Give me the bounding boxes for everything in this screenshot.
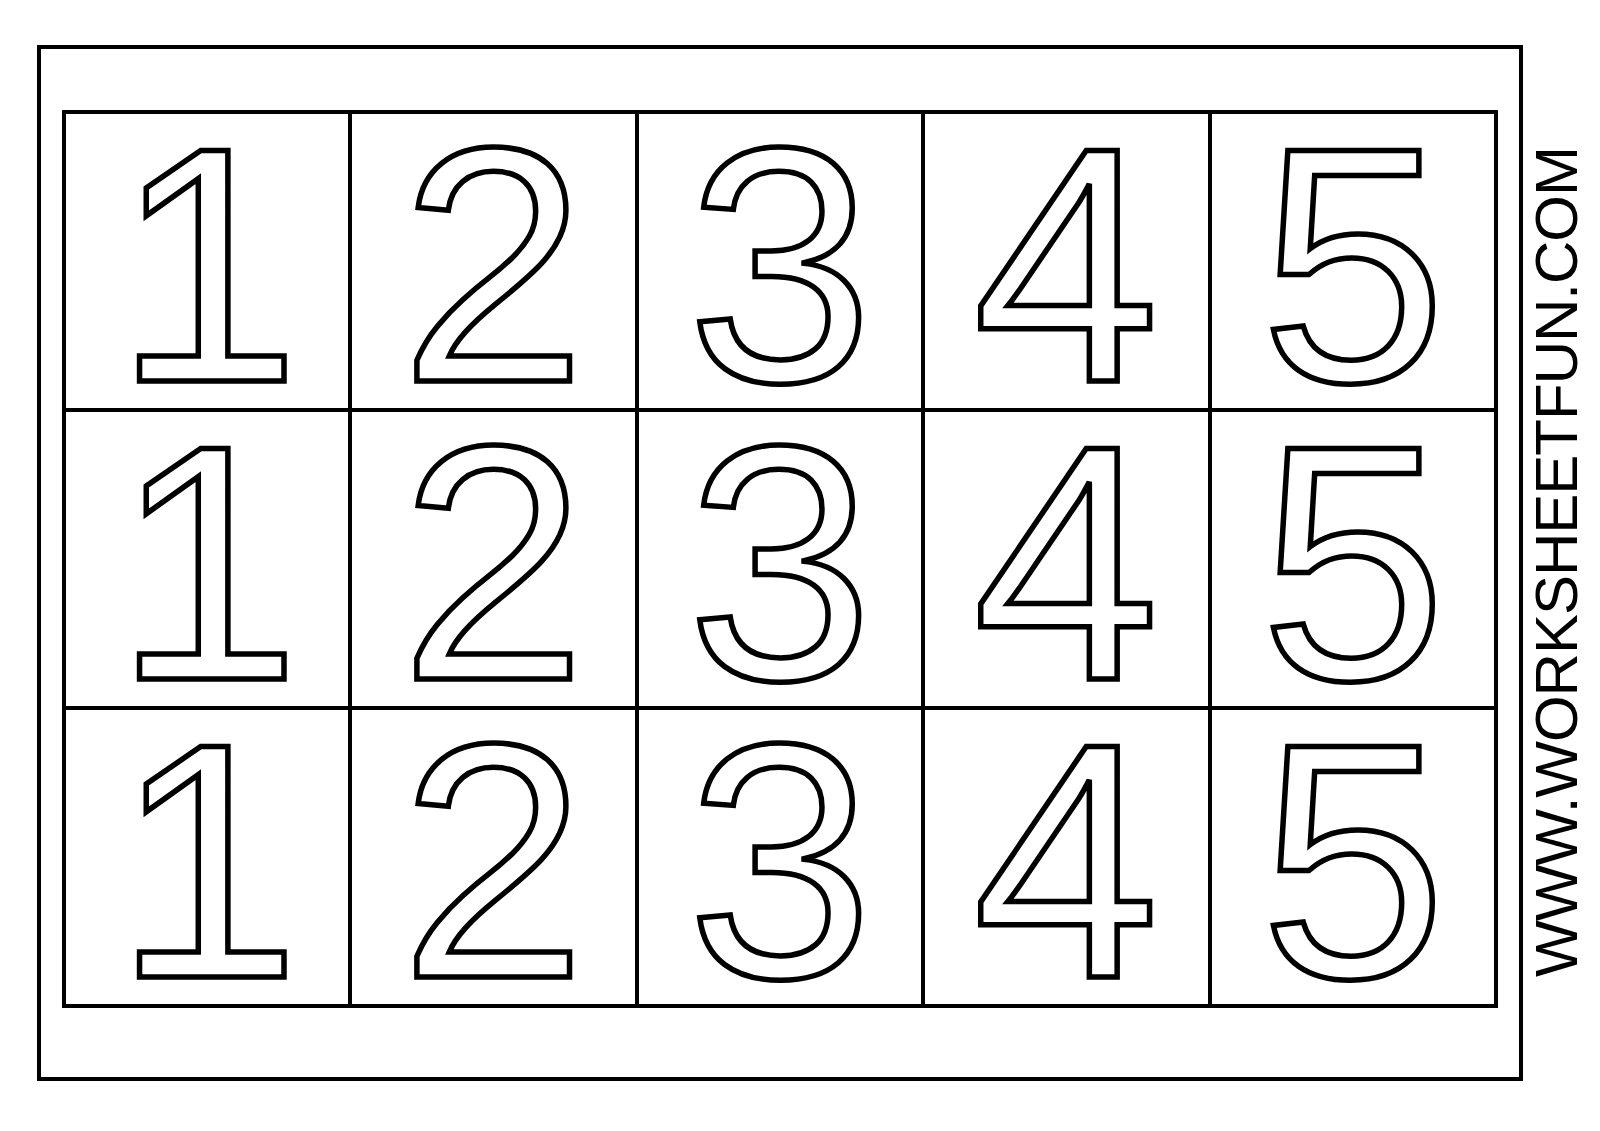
number-cell-r2c2: 2 bbox=[352, 412, 634, 706]
number-cell-r3c2: 2 bbox=[352, 710, 634, 1004]
outline-digit: 1 bbox=[114, 114, 300, 408]
outline-digit: 3 bbox=[687, 114, 873, 408]
worksheet-page: 1 2 3 4 5 1 2 3 4 5 1 bbox=[0, 0, 1600, 1131]
number-cell-r1c3: 3 bbox=[639, 114, 921, 408]
digit-svg: 4 bbox=[925, 412, 1207, 706]
digit-svg: 5 bbox=[1212, 710, 1494, 1004]
outline-digit: 3 bbox=[687, 412, 873, 706]
number-cell-r2c3: 3 bbox=[639, 412, 921, 706]
outline-digit: 5 bbox=[1260, 412, 1446, 706]
number-cell-r3c1: 1 bbox=[66, 710, 348, 1004]
number-cell-r1c2: 2 bbox=[352, 114, 634, 408]
digit-svg: 1 bbox=[66, 114, 348, 408]
digit-svg: 2 bbox=[352, 710, 634, 1004]
outline-digit: 5 bbox=[1260, 710, 1446, 1004]
digit-svg: 5 bbox=[1212, 412, 1494, 706]
digit-svg: 1 bbox=[66, 710, 348, 1004]
outline-digit: 4 bbox=[973, 114, 1159, 408]
digit-svg: 2 bbox=[352, 412, 634, 706]
number-cell-r2c5: 5 bbox=[1212, 412, 1494, 706]
number-cell-r2c4: 4 bbox=[925, 412, 1207, 706]
digit-svg: 3 bbox=[639, 114, 921, 408]
number-cell-r3c5: 5 bbox=[1212, 710, 1494, 1004]
outline-digit: 2 bbox=[400, 114, 586, 408]
number-cell-r3c4: 4 bbox=[925, 710, 1207, 1004]
digit-svg: 2 bbox=[352, 114, 634, 408]
outline-digit: 4 bbox=[973, 412, 1159, 706]
digit-svg: 3 bbox=[639, 412, 921, 706]
number-cell-r3c3: 3 bbox=[639, 710, 921, 1004]
number-cell-r1c4: 4 bbox=[925, 114, 1207, 408]
digit-svg: 4 bbox=[925, 114, 1207, 408]
outline-digit: 1 bbox=[114, 710, 300, 1004]
outline-digit: 1 bbox=[114, 412, 300, 706]
number-cell-r2c1: 1 bbox=[66, 412, 348, 706]
outline-digit: 4 bbox=[973, 710, 1159, 1004]
outline-digit: 2 bbox=[400, 710, 586, 1004]
outline-digit: 3 bbox=[687, 710, 873, 1004]
digit-svg: 3 bbox=[639, 710, 921, 1004]
digit-svg: 1 bbox=[66, 412, 348, 706]
number-cell-r1c1: 1 bbox=[66, 114, 348, 408]
number-grid: 1 2 3 4 5 1 2 3 4 5 1 bbox=[62, 110, 1498, 1008]
outline-digit: 5 bbox=[1260, 114, 1446, 408]
outline-digit: 2 bbox=[400, 412, 586, 706]
digit-svg: 4 bbox=[925, 710, 1207, 1004]
number-cell-r1c5: 5 bbox=[1212, 114, 1494, 408]
digit-svg: 5 bbox=[1212, 114, 1494, 408]
watermark-url-text: WWW.WORKSHEETFUN.COM bbox=[1525, 147, 1589, 977]
